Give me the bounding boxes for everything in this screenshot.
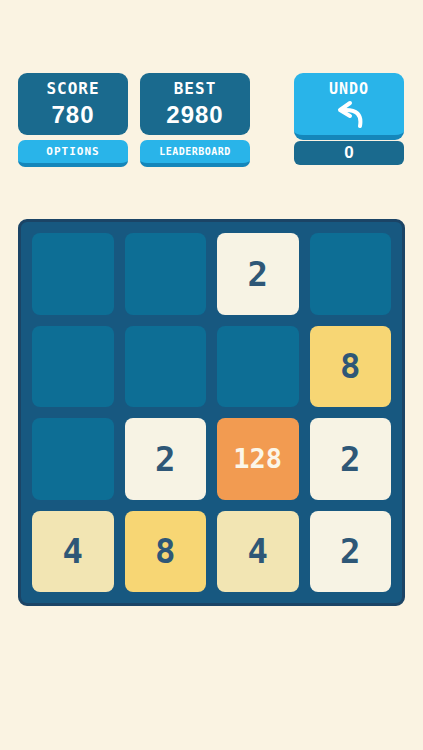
tile-2: 2: [310, 511, 392, 593]
leaderboard-button[interactable]: LEADERBOARD: [140, 140, 250, 167]
options-button[interactable]: OPTIONS: [18, 140, 128, 167]
best-panel: BEST 2980: [140, 73, 250, 135]
board-grid[interactable]: 28212824842: [18, 219, 405, 606]
undo-count-value: 0: [344, 143, 353, 163]
empty-cell: [32, 326, 114, 408]
empty-cell: [32, 418, 114, 500]
best-label: BEST: [174, 79, 217, 98]
tile-128: 128: [217, 418, 299, 500]
tile-8: 8: [125, 511, 207, 593]
tile-2: 2: [217, 233, 299, 315]
empty-cell: [310, 233, 392, 315]
score-value: 780: [51, 101, 94, 129]
score-label: SCORE: [46, 79, 99, 98]
empty-cell: [217, 326, 299, 408]
app-screen: SCORE 780 BEST 2980 OPTIONS LEADERBOARD …: [0, 0, 423, 750]
tile-4: 4: [32, 511, 114, 593]
tile-2: 2: [125, 418, 207, 500]
empty-cell: [32, 233, 114, 315]
undo-count-badge: 0: [294, 141, 404, 165]
empty-cell: [125, 326, 207, 408]
tile-4: 4: [217, 511, 299, 593]
empty-cell: [125, 233, 207, 315]
undo-button[interactable]: UNDO: [294, 73, 404, 140]
score-panel: SCORE 780: [18, 73, 128, 135]
tile-2: 2: [310, 418, 392, 500]
undo-label: UNDO: [329, 80, 369, 98]
undo-arrow-icon: [328, 100, 370, 128]
tile-8: 8: [310, 326, 392, 408]
best-value: 2980: [166, 101, 223, 129]
